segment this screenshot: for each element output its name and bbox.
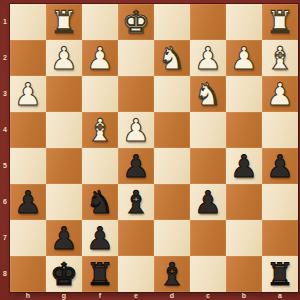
square-f2[interactable]: ♟ — [82, 40, 118, 76]
square-f5[interactable] — [82, 148, 118, 184]
square-f6[interactable]: ♞ — [82, 184, 118, 220]
square-a7[interactable] — [262, 220, 298, 256]
black-king-g8[interactable]: ♚ — [46, 256, 82, 292]
white-knight-c3[interactable]: ♞ — [190, 76, 226, 112]
square-c1[interactable] — [190, 4, 226, 40]
rank-label-4: 4 — [0, 126, 10, 134]
rank-label-8: 8 — [0, 270, 10, 278]
square-b1[interactable] — [226, 4, 262, 40]
square-e8[interactable] — [118, 256, 154, 292]
black-pawn-b5[interactable]: ♟ — [226, 148, 262, 184]
white-pawn-g2[interactable]: ♟ — [46, 40, 82, 76]
square-a1[interactable]: ♜ — [262, 4, 298, 40]
square-c2[interactable]: ♟ — [190, 40, 226, 76]
square-e2[interactable] — [118, 40, 154, 76]
square-c5[interactable] — [190, 148, 226, 184]
white-pawn-a3[interactable]: ♟ — [262, 76, 298, 112]
square-e3[interactable] — [118, 76, 154, 112]
file-label-c: c — [190, 292, 226, 300]
white-pawn-h3[interactable]: ♟ — [10, 76, 46, 112]
square-b3[interactable] — [226, 76, 262, 112]
black-bishop-d8[interactable]: ♝ — [154, 256, 190, 292]
square-d1[interactable] — [154, 4, 190, 40]
square-c7[interactable] — [190, 220, 226, 256]
square-e5[interactable]: ♟ — [118, 148, 154, 184]
black-pawn-h6[interactable]: ♟ — [10, 184, 46, 220]
file-label-a: a — [262, 292, 298, 300]
black-rook-a8[interactable]: ♜ — [262, 256, 298, 292]
white-pawn-b2[interactable]: ♟ — [226, 40, 262, 76]
file-label-d: d — [154, 292, 190, 300]
square-h2[interactable] — [10, 40, 46, 76]
file-label-h: h — [10, 292, 46, 300]
file-label-e: e — [118, 292, 154, 300]
chess-board: ♜♚♜♟♟♞♟♟♝♟♞♟♝♟♟♟♟♟♞♝♟♟♟♚♜♝♜ — [10, 4, 298, 292]
square-c6[interactable]: ♟ — [190, 184, 226, 220]
square-f1[interactable] — [82, 4, 118, 40]
square-d4[interactable] — [154, 112, 190, 148]
rank-label-1: 1 — [0, 18, 10, 26]
square-g3[interactable] — [46, 76, 82, 112]
white-pawn-f2[interactable]: ♟ — [82, 40, 118, 76]
square-d2[interactable]: ♞ — [154, 40, 190, 76]
white-king-e1[interactable]: ♚ — [118, 4, 154, 40]
square-f7[interactable]: ♟ — [82, 220, 118, 256]
square-g5[interactable] — [46, 148, 82, 184]
square-c3[interactable]: ♞ — [190, 76, 226, 112]
black-rook-f8[interactable]: ♜ — [82, 256, 118, 292]
square-h1[interactable] — [10, 4, 46, 40]
square-a5[interactable]: ♟ — [262, 148, 298, 184]
black-pawn-e5[interactable]: ♟ — [118, 148, 154, 184]
square-a4[interactable] — [262, 112, 298, 148]
black-pawn-g7[interactable]: ♟ — [46, 220, 82, 256]
square-g8[interactable]: ♚ — [46, 256, 82, 292]
white-bishop-a2[interactable]: ♝ — [262, 40, 298, 76]
square-a8[interactable]: ♜ — [262, 256, 298, 292]
rank-label-2: 2 — [0, 54, 10, 62]
square-c8[interactable] — [190, 256, 226, 292]
square-h6[interactable]: ♟ — [10, 184, 46, 220]
black-pawn-a5[interactable]: ♟ — [262, 148, 298, 184]
square-b7[interactable] — [226, 220, 262, 256]
square-e7[interactable] — [118, 220, 154, 256]
square-d8[interactable]: ♝ — [154, 256, 190, 292]
black-bishop-e6[interactable]: ♝ — [118, 184, 154, 220]
square-h7[interactable] — [10, 220, 46, 256]
square-b5[interactable]: ♟ — [226, 148, 262, 184]
square-g6[interactable] — [46, 184, 82, 220]
file-label-g: g — [46, 292, 82, 300]
black-pawn-f7[interactable]: ♟ — [82, 220, 118, 256]
square-g2[interactable]: ♟ — [46, 40, 82, 76]
square-d5[interactable] — [154, 148, 190, 184]
black-knight-f6[interactable]: ♞ — [82, 184, 118, 220]
file-label-f: f — [82, 292, 118, 300]
white-pawn-c2[interactable]: ♟ — [190, 40, 226, 76]
square-e1[interactable]: ♚ — [118, 4, 154, 40]
black-pawn-c6[interactable]: ♟ — [190, 184, 226, 220]
square-h4[interactable] — [10, 112, 46, 148]
square-c4[interactable] — [190, 112, 226, 148]
white-pawn-e4[interactable]: ♟ — [118, 112, 154, 148]
white-knight-d2[interactable]: ♞ — [154, 40, 190, 76]
square-h3[interactable]: ♟ — [10, 76, 46, 112]
square-f8[interactable]: ♜ — [82, 256, 118, 292]
square-e4[interactable]: ♟ — [118, 112, 154, 148]
rank-label-5: 5 — [0, 162, 10, 170]
square-f3[interactable] — [82, 76, 118, 112]
square-a3[interactable]: ♟ — [262, 76, 298, 112]
white-bishop-f4[interactable]: ♝ — [82, 112, 118, 148]
square-a2[interactable]: ♝ — [262, 40, 298, 76]
chess-board-frame: ♜♚♜♟♟♞♟♟♝♟♞♟♝♟♟♟♟♟♞♝♟♟♟♚♜♝♜ 12345678hgfe… — [0, 0, 300, 300]
square-h5[interactable] — [10, 148, 46, 184]
square-d6[interactable] — [154, 184, 190, 220]
square-g4[interactable] — [46, 112, 82, 148]
rank-label-7: 7 — [0, 234, 10, 242]
square-b2[interactable]: ♟ — [226, 40, 262, 76]
file-label-b: b — [226, 292, 262, 300]
square-b6[interactable] — [226, 184, 262, 220]
white-rook-g1[interactable]: ♜ — [46, 4, 82, 40]
square-b4[interactable] — [226, 112, 262, 148]
square-h8[interactable] — [10, 256, 46, 292]
square-b8[interactable] — [226, 256, 262, 292]
white-rook-a1[interactable]: ♜ — [262, 4, 298, 40]
square-f4[interactable]: ♝ — [82, 112, 118, 148]
square-d7[interactable] — [154, 220, 190, 256]
square-g1[interactable]: ♜ — [46, 4, 82, 40]
square-e6[interactable]: ♝ — [118, 184, 154, 220]
rank-label-3: 3 — [0, 90, 10, 98]
square-g7[interactable]: ♟ — [46, 220, 82, 256]
square-a6[interactable] — [262, 184, 298, 220]
rank-label-6: 6 — [0, 198, 10, 206]
square-d3[interactable] — [154, 76, 190, 112]
